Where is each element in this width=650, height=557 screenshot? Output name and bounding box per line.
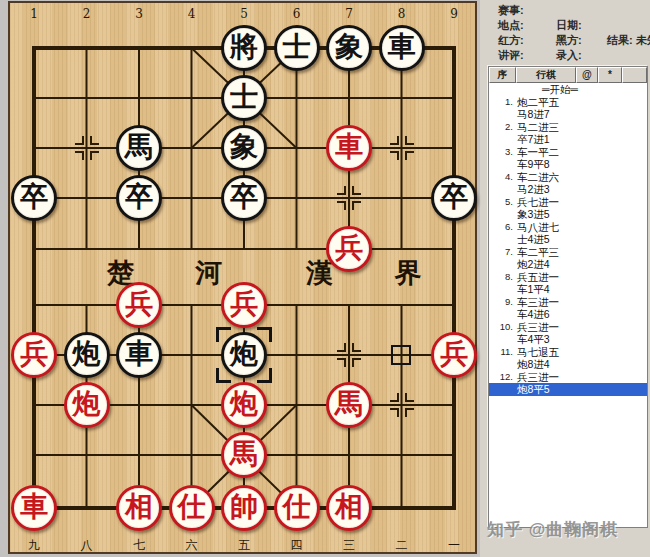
piece-red-advisor[interactable]: 仕	[169, 485, 215, 531]
move-number	[489, 108, 514, 121]
recorder-label: 录入:	[556, 48, 582, 63]
point-marker	[337, 186, 361, 210]
point-marker	[390, 136, 414, 160]
move-row-red[interactable]: 10.兵三进一	[489, 321, 647, 334]
header-moves[interactable]: 行棋	[516, 67, 576, 83]
move-number: 11.	[489, 346, 514, 359]
move-text: 炮2进4	[517, 258, 550, 271]
move-row-black[interactable]: 马8进7	[489, 108, 647, 121]
move-row-red[interactable]: 1.炮二平五	[489, 96, 647, 109]
move-row-black[interactable]: 车4平3	[489, 333, 647, 346]
piece-red-soldier[interactable]: 兵	[11, 332, 57, 378]
move-text: 马8进7	[517, 108, 550, 121]
move-row-red[interactable]: 3.车一平二	[489, 146, 647, 159]
piece-red-king[interactable]: 帥	[221, 485, 267, 531]
piece-black-cannon[interactable]: 炮	[221, 332, 267, 378]
move-row-red[interactable]: 8.兵五进一	[489, 271, 647, 284]
piece-glyph: 將	[230, 33, 258, 61]
piece-glyph: 象	[230, 133, 258, 161]
piece-glyph: 馬	[335, 390, 363, 418]
piece-black-elephant[interactable]: 象	[326, 25, 372, 71]
move-text: 兵三进一	[517, 321, 559, 334]
move-text: 兵七进一	[517, 196, 559, 209]
date-label: 日期:	[556, 18, 582, 33]
move-row-black[interactable]: 炮8平5	[489, 383, 647, 396]
piece-glyph: 車	[388, 33, 416, 61]
file-label-top: 4	[181, 7, 203, 21]
move-number	[489, 133, 514, 146]
piece-glyph: 士	[230, 83, 258, 111]
move-row-red[interactable]: 12.兵三进一	[489, 371, 647, 384]
move-number: 2.	[489, 121, 514, 134]
move-text: 炮8进4	[517, 358, 550, 371]
move-text: ═开始═	[542, 83, 578, 96]
piece-glyph: 車	[335, 133, 363, 161]
move-number	[489, 233, 514, 246]
piece-black-advisor[interactable]: 士	[221, 75, 267, 121]
event-label: 赛事:	[498, 3, 524, 18]
piece-red-soldier[interactable]: 兵	[221, 282, 267, 328]
game-info-panel: 赛事: 地点: 日期: 红方: 黑方: 结果: 未知 讲评: 录入: 序 行棋 …	[480, 0, 650, 557]
watermark: 知乎 @曲鞠阁棋	[487, 518, 618, 541]
move-text: 车4进6	[517, 308, 550, 321]
move-text: 车一平二	[517, 146, 559, 159]
piece-glyph: 兵	[20, 340, 48, 368]
header-at[interactable]: @	[576, 67, 598, 83]
move-row-black[interactable]: 炮2进4	[489, 258, 647, 271]
file-label-bottom: 一	[443, 537, 465, 554]
file-label-top: 5	[233, 7, 255, 21]
move-text: 士4进5	[517, 233, 550, 246]
move-number: 4.	[489, 171, 514, 184]
comment-label: 讲评:	[498, 48, 524, 63]
file-label-bottom: 八	[76, 537, 98, 554]
piece-black-chariot[interactable]: 車	[379, 25, 425, 71]
move-list[interactable]: ═开始═1.炮二平五马8进72.马二进三卒7进13.车一平二车9平84.车二进六…	[489, 83, 647, 527]
move-text: 车9平8	[517, 158, 550, 171]
point-marker	[337, 343, 361, 367]
move-number	[489, 258, 514, 271]
piece-black-horse[interactable]: 馬	[116, 125, 162, 171]
move-row-red[interactable]: 11.马七退五	[489, 346, 647, 359]
piece-black-elephant[interactable]: 象	[221, 125, 267, 171]
piece-red-advisor[interactable]: 仕	[274, 485, 320, 531]
move-number	[489, 358, 514, 371]
piece-red-soldier[interactable]: 兵	[431, 332, 477, 378]
move-number: 3.	[489, 146, 514, 159]
file-label-top: 9	[443, 7, 465, 21]
point-marker	[390, 393, 414, 417]
river-label-han-jie: 漢 界	[306, 255, 447, 291]
piece-black-soldier[interactable]: 卒	[431, 175, 477, 221]
piece-red-cannon[interactable]: 炮	[221, 382, 267, 428]
move-text: 兵五进一	[517, 271, 559, 284]
piece-glyph: 仕	[178, 493, 206, 521]
file-label-bottom: 四	[286, 537, 308, 554]
piece-red-horse[interactable]: 馬	[326, 382, 372, 428]
piece-red-elephant[interactable]: 相	[326, 485, 372, 531]
move-text: 卒7进1	[517, 133, 550, 146]
game-info-header: 赛事: 地点: 日期: 红方: 黑方: 结果: 未知 讲评: 录入:	[480, 0, 650, 64]
move-row-red[interactable]: 5.兵七进一	[489, 196, 647, 209]
file-label-top: 8	[391, 7, 413, 21]
move-list-box: 序 行棋 @ * ═开始═1.炮二平五马8进72.马二进三卒7进13.车一平二车…	[488, 66, 648, 528]
move-number	[489, 83, 514, 96]
black-side-label: 黑方:	[556, 33, 582, 48]
move-list-header: 序 行棋 @ *	[489, 67, 647, 83]
piece-glyph: 兵	[335, 234, 363, 262]
piece-black-soldier[interactable]: 卒	[11, 175, 57, 221]
file-label-top: 2	[76, 7, 98, 21]
file-label-bottom: 七	[128, 537, 150, 554]
move-row-black[interactable]: 车4进6	[489, 308, 647, 321]
move-text: 马二进三	[517, 121, 559, 134]
piece-glyph: 卒	[440, 183, 468, 211]
piece-glyph: 卒	[230, 183, 258, 211]
move-number: 5.	[489, 196, 514, 209]
piece-black-cannon[interactable]: 炮	[64, 332, 110, 378]
move-text: 马八进七	[517, 221, 559, 234]
move-number	[489, 208, 514, 221]
move-number: 1.	[489, 96, 514, 109]
piece-glyph: 馬	[230, 440, 258, 468]
piece-red-chariot[interactable]: 車	[11, 485, 57, 531]
move-row-start[interactable]: ═开始═	[489, 83, 647, 96]
file-label-top: 1	[23, 7, 45, 21]
piece-red-soldier[interactable]: 兵	[326, 226, 372, 272]
file-label-top: 6	[286, 7, 308, 21]
move-row-black[interactable]: 车1平4	[489, 283, 647, 296]
piece-glyph: 車	[20, 493, 48, 521]
last-move-origin-marker	[391, 345, 411, 365]
piece-glyph: 馬	[125, 133, 153, 161]
piece-black-soldier[interactable]: 卒	[221, 175, 267, 221]
file-label-bottom: 九	[23, 537, 45, 554]
file-label-top: 7	[338, 7, 360, 21]
move-text: 马2进3	[517, 183, 550, 196]
site-label: 地点:	[498, 18, 524, 33]
piece-red-horse[interactable]: 馬	[221, 432, 267, 478]
move-number	[489, 283, 514, 296]
move-row-black[interactable]: 车9平8	[489, 158, 647, 171]
move-row-black[interactable]: 马2进3	[489, 183, 647, 196]
move-text: 车二进六	[517, 171, 559, 184]
red-side-label: 红方:	[498, 33, 524, 48]
move-row-black[interactable]: 士4进5	[489, 233, 647, 246]
move-text: 象3进5	[517, 208, 550, 221]
piece-glyph: 象	[335, 33, 363, 61]
move-row-red[interactable]: 2.马二进三	[489, 121, 647, 134]
move-number	[489, 383, 514, 396]
move-number	[489, 308, 514, 321]
move-row-black[interactable]: 卒7进1	[489, 133, 647, 146]
move-row-black[interactable]: 炮8进4	[489, 358, 647, 371]
move-number	[489, 183, 514, 196]
piece-red-elephant[interactable]: 相	[116, 485, 162, 531]
xiangqi-record-viewer: 楚 河 漢 界 123456789九八七六五四三二一 將士士象象馬車車炮炮卒卒卒…	[0, 0, 650, 557]
piece-glyph: 炮	[230, 390, 258, 418]
piece-red-soldier[interactable]: 兵	[116, 282, 162, 328]
piece-glyph: 相	[125, 493, 153, 521]
file-label-top: 3	[128, 7, 150, 21]
piece-glyph: 兵	[125, 290, 153, 318]
result-label: 结果:	[607, 33, 633, 48]
file-label-bottom: 五	[233, 537, 255, 554]
piece-glyph: 炮	[73, 390, 101, 418]
move-row-red[interactable]: 7.车二平三	[489, 246, 647, 259]
move-number	[489, 333, 514, 346]
move-text: 炮二平五	[517, 96, 559, 109]
piece-red-cannon[interactable]: 炮	[64, 382, 110, 428]
piece-glyph: 仕	[283, 493, 311, 521]
move-text: 炮8平5	[517, 383, 550, 396]
move-text: 车三进一	[517, 296, 559, 309]
piece-black-soldier[interactable]: 卒	[116, 175, 162, 221]
result-value: 未知	[636, 33, 650, 48]
file-label-bottom: 六	[181, 537, 203, 554]
move-number	[489, 158, 514, 171]
piece-glyph: 相	[335, 493, 363, 521]
piece-black-advisor[interactable]: 士	[274, 25, 320, 71]
piece-glyph: 炮	[230, 340, 258, 368]
move-number: 12.	[489, 371, 514, 384]
piece-glyph: 炮	[73, 340, 101, 368]
point-marker	[75, 136, 99, 160]
xiangqi-board[interactable]: 楚 河 漢 界 123456789九八七六五四三二一 將士士象象馬車車炮炮卒卒卒…	[8, 1, 477, 554]
file-label-bottom: 二	[391, 537, 413, 554]
move-row-red[interactable]: 9.车三进一	[489, 296, 647, 309]
piece-glyph: 士	[283, 33, 311, 61]
piece-glyph: 卒	[20, 183, 48, 211]
move-row-red[interactable]: 6.马八进七	[489, 221, 647, 234]
piece-glyph: 車	[125, 340, 153, 368]
move-text: 车4平3	[517, 333, 550, 346]
move-row-black[interactable]: 象3进5	[489, 208, 647, 221]
move-number: 7.	[489, 246, 514, 259]
move-text: 马七退五	[517, 346, 559, 359]
header-move-number[interactable]: 序	[489, 67, 516, 83]
piece-black-king[interactable]: 將	[221, 25, 267, 71]
move-number: 6.	[489, 221, 514, 234]
move-number: 9.	[489, 296, 514, 309]
file-label-bottom: 三	[338, 537, 360, 554]
move-number: 8.	[489, 271, 514, 284]
move-text: 车1平4	[517, 283, 550, 296]
header-extra[interactable]	[622, 67, 647, 83]
piece-glyph: 兵	[230, 290, 258, 318]
move-number: 10.	[489, 321, 514, 334]
move-text: 兵三进一	[517, 371, 559, 384]
piece-black-chariot[interactable]: 車	[116, 332, 162, 378]
header-star[interactable]: *	[598, 67, 622, 83]
piece-glyph: 帥	[230, 493, 258, 521]
move-row-red[interactable]: 4.车二进六	[489, 171, 647, 184]
piece-glyph: 卒	[125, 183, 153, 211]
piece-red-chariot[interactable]: 車	[326, 125, 372, 171]
piece-glyph: 兵	[440, 340, 468, 368]
move-text: 车二平三	[517, 246, 559, 259]
